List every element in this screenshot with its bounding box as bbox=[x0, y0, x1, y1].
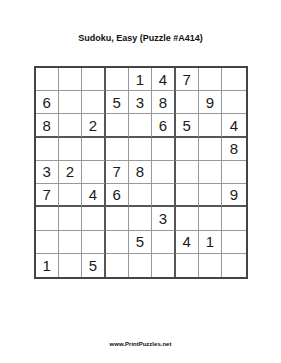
cell-r6c5[interactable] bbox=[129, 184, 152, 207]
cell-r2c5-given: 3 bbox=[129, 91, 152, 114]
cell-r2c4-given: 5 bbox=[106, 91, 129, 114]
cell-r8c2[interactable] bbox=[59, 231, 82, 254]
cell-r6c8[interactable] bbox=[199, 184, 222, 207]
cell-r7c7[interactable] bbox=[176, 207, 199, 230]
cell-r4c9-given: 8 bbox=[222, 138, 245, 161]
cell-r5c3[interactable] bbox=[82, 161, 105, 184]
cell-r3c7-given: 5 bbox=[176, 114, 199, 137]
cell-r1c6-given: 4 bbox=[152, 68, 175, 91]
cell-r7c8[interactable] bbox=[199, 207, 222, 230]
cell-r7c9[interactable] bbox=[222, 207, 245, 230]
cell-r2c8-given: 9 bbox=[199, 91, 222, 114]
cell-r6c9-given: 9 bbox=[222, 184, 245, 207]
cell-r8c9[interactable] bbox=[222, 231, 245, 254]
cell-r4c4[interactable] bbox=[106, 138, 129, 161]
cell-r4c5[interactable] bbox=[129, 138, 152, 161]
cell-r6c6[interactable] bbox=[152, 184, 175, 207]
cell-r2c3[interactable] bbox=[82, 91, 105, 114]
cell-r3c3-given: 2 bbox=[82, 114, 105, 137]
cell-r8c3[interactable] bbox=[82, 231, 105, 254]
cell-r2c2[interactable] bbox=[59, 91, 82, 114]
cell-r2c7[interactable] bbox=[176, 91, 199, 114]
cell-r1c2[interactable] bbox=[59, 68, 82, 91]
cell-r4c8[interactable] bbox=[199, 138, 222, 161]
cell-r4c1[interactable] bbox=[36, 138, 59, 161]
cell-r6c2[interactable] bbox=[59, 184, 82, 207]
cell-r9c5[interactable] bbox=[129, 254, 152, 277]
cell-r8c7-given: 4 bbox=[176, 231, 199, 254]
cell-r9c1-given: 1 bbox=[36, 254, 59, 277]
cell-r7c5[interactable] bbox=[129, 207, 152, 230]
cell-r1c5-given: 1 bbox=[129, 68, 152, 91]
cell-r4c3[interactable] bbox=[82, 138, 105, 161]
cell-r3c9-given: 4 bbox=[222, 114, 245, 137]
cell-r9c3-given: 5 bbox=[82, 254, 105, 277]
cell-r1c4[interactable] bbox=[106, 68, 129, 91]
cell-r1c1[interactable] bbox=[36, 68, 59, 91]
cell-r5c8[interactable] bbox=[199, 161, 222, 184]
cell-r9c2[interactable] bbox=[59, 254, 82, 277]
cell-r2c9[interactable] bbox=[222, 91, 245, 114]
cell-r4c7[interactable] bbox=[176, 138, 199, 161]
cell-r7c3[interactable] bbox=[82, 207, 105, 230]
cell-r8c1[interactable] bbox=[36, 231, 59, 254]
cell-r6c1-given: 7 bbox=[36, 184, 59, 207]
cell-r5c9[interactable] bbox=[222, 161, 245, 184]
cell-r5c2-given: 2 bbox=[59, 161, 82, 184]
cell-r7c6-given: 3 bbox=[152, 207, 175, 230]
cell-r9c8[interactable] bbox=[199, 254, 222, 277]
cell-r5c5-given: 8 bbox=[129, 161, 152, 184]
cell-r3c2[interactable] bbox=[59, 114, 82, 137]
cell-r3c4[interactable] bbox=[106, 114, 129, 137]
cell-r8c4[interactable] bbox=[106, 231, 129, 254]
cell-r1c8[interactable] bbox=[199, 68, 222, 91]
cell-r1c7-given: 7 bbox=[176, 68, 199, 91]
cell-r9c9[interactable] bbox=[222, 254, 245, 277]
cell-r5c4-given: 7 bbox=[106, 161, 129, 184]
cell-r2c1-given: 6 bbox=[36, 91, 59, 114]
cell-r1c9[interactable] bbox=[222, 68, 245, 91]
cell-r8c5-given: 5 bbox=[129, 231, 152, 254]
cell-r9c6[interactable] bbox=[152, 254, 175, 277]
cell-r7c1[interactable] bbox=[36, 207, 59, 230]
cell-r1c3[interactable] bbox=[82, 68, 105, 91]
cell-r4c2[interactable] bbox=[59, 138, 82, 161]
cell-r4c6[interactable] bbox=[152, 138, 175, 161]
cell-r5c7[interactable] bbox=[176, 161, 199, 184]
cell-r3c8[interactable] bbox=[199, 114, 222, 137]
cell-r3c5[interactable] bbox=[129, 114, 152, 137]
puzzle-title: Sudoku, Easy (Puzzle #A414) bbox=[0, 0, 281, 43]
cell-r2c6-given: 8 bbox=[152, 91, 175, 114]
cell-r7c4[interactable] bbox=[106, 207, 129, 230]
cell-r5c6[interactable] bbox=[152, 161, 175, 184]
cell-r8c6[interactable] bbox=[152, 231, 175, 254]
cell-r6c3-given: 4 bbox=[82, 184, 105, 207]
cell-r9c7[interactable] bbox=[176, 254, 199, 277]
puzzle-page: Sudoku, Easy (Puzzle #A414) 147653898265… bbox=[0, 0, 281, 363]
sudoku-grid: 1476538982654832787469354115 bbox=[34, 66, 248, 279]
cell-r6c7[interactable] bbox=[176, 184, 199, 207]
cell-r3c6-given: 6 bbox=[152, 114, 175, 137]
cell-r8c8-given: 1 bbox=[199, 231, 222, 254]
cell-r3c1-given: 8 bbox=[36, 114, 59, 137]
cell-r5c1-given: 3 bbox=[36, 161, 59, 184]
cell-r6c4-given: 6 bbox=[106, 184, 129, 207]
footer-url: www.PrintPuzzles.net bbox=[0, 341, 281, 347]
cell-r7c2[interactable] bbox=[59, 207, 82, 230]
cell-r9c4[interactable] bbox=[106, 254, 129, 277]
